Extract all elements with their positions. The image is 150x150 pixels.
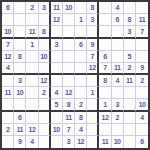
- cell-r11c5[interactable]: 10: [51, 124, 63, 136]
- cell-r6c7[interactable]: [75, 63, 87, 75]
- cell-r4c12[interactable]: [136, 39, 148, 51]
- cell-r12c8[interactable]: [87, 136, 99, 148]
- cell-r9c11[interactable]: [124, 99, 136, 111]
- cell-r3c12[interactable]: 7: [136, 26, 148, 38]
- cell-r4c5[interactable]: 3: [51, 39, 63, 51]
- cell-r2c8[interactable]: 3: [87, 14, 99, 26]
- cell-r7c2[interactable]: 3: [14, 75, 26, 87]
- cell-r12c4[interactable]: [39, 136, 51, 148]
- cell-r6c9[interactable]: 7: [99, 63, 111, 75]
- cell-r2c10[interactable]: 6: [112, 14, 124, 26]
- cell-r10c9[interactable]: 12: [99, 112, 111, 124]
- cell-r7c4[interactable]: 12: [39, 75, 51, 87]
- cell-r1c3[interactable]: 2: [26, 2, 38, 14]
- cell-r7c5[interactable]: [51, 75, 63, 87]
- cell-r6c6[interactable]: [63, 63, 75, 75]
- cell-r12c10[interactable]: 10: [112, 136, 124, 148]
- cell-r10c4[interactable]: [39, 112, 51, 124]
- cell-r12c5[interactable]: [51, 136, 63, 148]
- cell-r10c1[interactable]: [2, 112, 14, 124]
- cell-r5c8[interactable]: 7: [87, 51, 99, 63]
- cell-r2c7[interactable]: 1: [75, 14, 87, 26]
- cell-r9c2[interactable]: [14, 99, 26, 111]
- cell-r9c5[interactable]: 5: [51, 99, 63, 111]
- cell-r2c9[interactable]: [99, 14, 111, 26]
- cell-r11c8[interactable]: [87, 124, 99, 136]
- cell-r12c7[interactable]: 12: [75, 136, 87, 148]
- cell-r4c9[interactable]: [99, 39, 111, 51]
- cell-r10c6[interactable]: 11: [63, 112, 75, 124]
- cell-r8c5[interactable]: 4: [51, 87, 63, 99]
- cell-r5c11[interactable]: 5: [124, 51, 136, 63]
- cell-r2c12[interactable]: 11: [136, 14, 148, 26]
- cell-r4c11[interactable]: [124, 39, 136, 51]
- cell-r3c2[interactable]: [14, 26, 26, 38]
- cell-r1c4[interactable]: 3: [39, 2, 51, 14]
- cell-r1c8[interactable]: 8: [87, 2, 99, 14]
- cell-r8c2[interactable]: 10: [14, 87, 26, 99]
- cell-r7c12[interactable]: 2: [136, 75, 148, 87]
- cell-r3c9[interactable]: [99, 26, 111, 38]
- sudoku-board: 6231110841213681110118377136912810765412…: [0, 0, 150, 150]
- cell-r5c4[interactable]: 10: [39, 51, 51, 63]
- cell-r5c3[interactable]: [26, 51, 38, 63]
- cell-r2c1[interactable]: [2, 14, 14, 26]
- cell-r12c2[interactable]: 9: [14, 136, 26, 148]
- cell-r11c7[interactable]: 4: [75, 124, 87, 136]
- cell-r10c12[interactable]: 4: [136, 112, 148, 124]
- cell-r4c2[interactable]: [14, 39, 26, 51]
- cell-r10c10[interactable]: 2: [112, 112, 124, 124]
- cell-r8c8[interactable]: 1: [87, 87, 99, 99]
- cell-r3c6[interactable]: [63, 26, 75, 38]
- cell-r8c11[interactable]: [124, 87, 136, 99]
- cell-r9c7[interactable]: 2: [75, 99, 87, 111]
- cell-r1c1[interactable]: 6: [2, 2, 14, 14]
- cell-r5c2[interactable]: 8: [14, 51, 26, 63]
- cell-r11c11[interactable]: [124, 124, 136, 136]
- cell-r7c11[interactable]: 11: [124, 75, 136, 87]
- cell-r9c8[interactable]: [87, 99, 99, 111]
- cell-r9c12[interactable]: 10: [136, 99, 148, 111]
- cell-r4c6[interactable]: [63, 39, 75, 51]
- cell-r3c3[interactable]: 11: [26, 26, 38, 38]
- cell-r1c2[interactable]: [14, 2, 26, 14]
- cell-r1c10[interactable]: 4: [112, 2, 124, 14]
- cell-r10c3[interactable]: [26, 112, 38, 124]
- cell-r7c9[interactable]: 8: [99, 75, 111, 87]
- cell-r8c1[interactable]: 11: [2, 87, 14, 99]
- cell-r11c10[interactable]: [112, 124, 124, 136]
- cell-r12c6[interactable]: 3: [63, 136, 75, 148]
- cell-r2c5[interactable]: 12: [51, 14, 63, 26]
- cell-r7c3[interactable]: [26, 75, 38, 87]
- cell-r6c10[interactable]: 11: [112, 63, 124, 75]
- cell-r5c12[interactable]: [136, 51, 148, 63]
- cell-r6c11[interactable]: 2: [124, 63, 136, 75]
- cell-r8c6[interactable]: 12: [63, 87, 75, 99]
- cell-r4c1[interactable]: 7: [2, 39, 14, 51]
- cell-r4c3[interactable]: 1: [26, 39, 38, 51]
- cell-r3c1[interactable]: 10: [2, 26, 14, 38]
- cell-r11c9[interactable]: [99, 124, 111, 136]
- cell-r2c3[interactable]: [26, 14, 38, 26]
- cell-r5c6[interactable]: [63, 51, 75, 63]
- cell-r12c3[interactable]: 4: [26, 136, 38, 148]
- cell-r9c6[interactable]: 8: [63, 99, 75, 111]
- cell-r8c3[interactable]: [26, 87, 38, 99]
- cell-r6c12[interactable]: 9: [136, 63, 148, 75]
- cell-r6c8[interactable]: 12: [87, 63, 99, 75]
- cell-r3c4[interactable]: 8: [39, 26, 51, 38]
- cell-r8c12[interactable]: [136, 87, 148, 99]
- cell-r6c2[interactable]: [14, 63, 26, 75]
- cell-r9c9[interactable]: 1: [99, 99, 111, 111]
- cell-r4c8[interactable]: 9: [87, 39, 99, 51]
- cell-r6c1[interactable]: 4: [2, 63, 14, 75]
- cell-r7c8[interactable]: [87, 75, 99, 87]
- cell-r10c5[interactable]: [51, 112, 63, 124]
- cell-r12c1[interactable]: [2, 136, 14, 148]
- cell-r8c9[interactable]: [99, 87, 111, 99]
- cell-r11c2[interactable]: 11: [14, 124, 26, 136]
- cell-r1c9[interactable]: [99, 2, 111, 14]
- cell-r9c3[interactable]: [26, 99, 38, 111]
- cell-r2c4[interactable]: [39, 14, 51, 26]
- cell-r11c3[interactable]: 12: [26, 124, 38, 136]
- cell-r1c7[interactable]: [75, 2, 87, 14]
- cell-r8c10[interactable]: [112, 87, 124, 99]
- cell-r7c10[interactable]: 4: [112, 75, 124, 87]
- cell-r4c7[interactable]: 6: [75, 39, 87, 51]
- cell-r4c10[interactable]: [112, 39, 124, 51]
- cell-r4c4[interactable]: [39, 39, 51, 51]
- cell-r12c11[interactable]: [124, 136, 136, 148]
- cell-r7c6[interactable]: [63, 75, 75, 87]
- cell-r1c6[interactable]: 10: [63, 2, 75, 14]
- cell-r12c12[interactable]: 6: [136, 136, 148, 148]
- cell-r6c4[interactable]: [39, 63, 51, 75]
- cell-r1c12[interactable]: [136, 2, 148, 14]
- cell-r9c4[interactable]: [39, 99, 51, 111]
- cell-r1c5[interactable]: 11: [51, 2, 63, 14]
- cell-r3c11[interactable]: 3: [124, 26, 136, 38]
- cell-r8c4[interactable]: 2: [39, 87, 51, 99]
- cell-r2c6[interactable]: [63, 14, 75, 26]
- cell-r5c1[interactable]: 12: [2, 51, 14, 63]
- cell-r1c11[interactable]: [124, 2, 136, 14]
- cell-r3c10[interactable]: [112, 26, 124, 38]
- cell-r7c7[interactable]: [75, 75, 87, 87]
- cell-r3c7[interactable]: [75, 26, 87, 38]
- cell-r5c7[interactable]: [75, 51, 87, 63]
- cell-r7c1[interactable]: [2, 75, 14, 87]
- cell-r6c5[interactable]: [51, 63, 63, 75]
- cell-r5c9[interactable]: 6: [99, 51, 111, 63]
- cell-r2c2[interactable]: [14, 14, 26, 26]
- cell-r11c1[interactable]: 2: [2, 124, 14, 136]
- cell-r10c8[interactable]: [87, 112, 99, 124]
- cell-r2c11[interactable]: 8: [124, 14, 136, 26]
- cell-r10c7[interactable]: 8: [75, 112, 87, 124]
- cell-r6c3[interactable]: [26, 63, 38, 75]
- cell-r10c2[interactable]: 6: [14, 112, 26, 124]
- cell-r8c7[interactable]: [75, 87, 87, 99]
- cell-r5c5[interactable]: [51, 51, 63, 63]
- cell-r11c6[interactable]: 7: [63, 124, 75, 136]
- cell-r3c5[interactable]: [51, 26, 63, 38]
- cell-r12c9[interactable]: 11: [99, 136, 111, 148]
- cell-r9c1[interactable]: [2, 99, 14, 111]
- cell-r5c10[interactable]: [112, 51, 124, 63]
- cell-r10c11[interactable]: [124, 112, 136, 124]
- cell-r9c10[interactable]: 3: [112, 99, 124, 111]
- cell-r11c12[interactable]: [136, 124, 148, 136]
- cell-r11c4[interactable]: [39, 124, 51, 136]
- cell-r3c8[interactable]: [87, 26, 99, 38]
